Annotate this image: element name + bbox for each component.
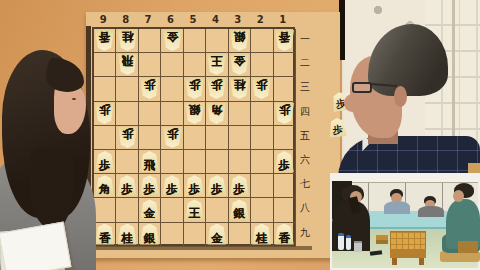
square-4九: 金 [206,223,228,247]
sente-piece-桂: 桂 [118,224,137,245]
sente-piece-歩: 歩 [140,175,159,196]
square-5七: 歩 [184,174,206,198]
square-8三 [116,77,138,101]
file-label-2: 2 [249,13,271,26]
gote-piece-銀: 銀 [185,103,204,124]
square-7三: 歩 [139,77,161,101]
square-1三 [274,77,296,101]
square-6七: 歩 [161,174,183,198]
game-board-top [390,231,426,251]
sente-piece-歩: 歩 [275,151,294,172]
file-label-1: 1 [272,13,294,26]
square-7四 [139,102,161,126]
square-7五 [139,126,161,150]
file-label-6: 6 [159,13,181,26]
observer-suit [418,206,444,217]
sente-piece-香: 香 [275,224,294,245]
gote-piece-角: 角 [207,103,226,124]
water-bottle [338,233,344,250]
rank-labels: 一二三四五六七八九 [298,27,312,245]
square-6九 [161,223,183,247]
square-7七: 歩 [139,174,161,198]
square-6六 [161,150,183,174]
square-7八: 金 [139,198,161,222]
square-3九 [229,223,251,247]
side-table [458,241,478,253]
gote-piece-歩: 歩 [185,78,204,99]
board-grid: 香桂金銀香飛王金歩歩歩桂歩歩銀角歩歩歩歩飛歩角歩歩歩歩歩歩金王銀香桂銀金桂香 [92,27,295,246]
square-2一 [251,29,273,53]
gote-piece-歩: 歩 [140,78,159,99]
square-5五 [184,126,206,150]
rank-label-8: 八 [298,196,312,220]
sente-piece-金: 金 [140,199,159,220]
square-2六 [251,150,273,174]
gote-piece-歩: 歩 [207,78,226,99]
rank-label-2: 二 [298,51,312,75]
rank-label-5: 五 [298,124,312,148]
square-3一: 銀 [229,29,251,53]
analyst-nose [344,94,358,112]
square-8五: 歩 [116,126,138,150]
sente-piece-銀: 銀 [140,224,159,245]
rank-label-9: 九 [298,221,312,245]
sente-piece-歩: 歩 [185,175,204,196]
square-3三: 桂 [229,77,251,101]
square-6三 [161,77,183,101]
square-2五 [251,126,273,150]
file-label-4: 4 [204,13,226,26]
square-3七: 歩 [229,174,251,198]
file-label-7: 7 [137,13,159,26]
gote-piece-金: 金 [230,54,249,75]
square-2九: 桂 [251,223,273,247]
presenter-bangs [46,58,84,92]
square-1七 [274,174,296,198]
gote-piece-香: 香 [275,30,294,51]
gote-piece-金: 金 [163,30,182,51]
square-2三: 歩 [251,77,273,101]
square-6四 [161,102,183,126]
square-2八 [251,198,273,222]
sente-piece-歩: 歩 [207,175,226,196]
demonstration-board: 987654321 香桂金銀香飛王金歩歩歩桂歩歩銀角歩歩歩歩飛歩角歩歩歩歩歩歩金… [86,12,340,258]
file-labels: 987654321 [92,13,294,26]
sente-piece-歩: 歩 [230,175,249,196]
square-4四: 角 [206,102,228,126]
square-8八 [116,198,138,222]
square-5九 [184,223,206,247]
square-8一: 桂 [116,29,138,53]
square-1六: 歩 [274,150,296,174]
square-8六 [116,150,138,174]
square-3八: 銀 [229,198,251,222]
square-8七: 歩 [116,174,138,198]
square-6一: 金 [161,29,183,53]
square-8九: 桂 [116,223,138,247]
square-4八 [206,198,228,222]
sente-piece-銀: 銀 [230,199,249,220]
gote-piece-歩: 歩 [275,103,294,124]
gote-piece-銀: 銀 [230,30,249,51]
analyst-ear [394,86,407,107]
square-1五 [274,126,296,150]
square-4二: 王 [206,53,228,77]
square-3二: 金 [229,53,251,77]
square-4七: 歩 [206,174,228,198]
square-5一 [184,29,206,53]
live-game-inset [330,173,480,270]
glasses-icon [352,82,372,93]
gote-piece-桂: 桂 [230,78,249,99]
square-7二 [139,53,161,77]
rank-label-4: 四 [298,100,312,124]
sente-piece-歩: 歩 [118,175,137,196]
sente-piece-金: 金 [207,224,226,245]
square-1一: 香 [274,29,296,53]
water-bottle [346,235,351,250]
recorder-kimono [384,201,410,214]
square-7六: 飛 [139,150,161,174]
tv-frame: 987654321 香桂金銀香飛王金歩歩歩桂歩歩銀角歩歩歩歩飛歩角歩歩歩歩歩歩金… [0,0,480,270]
rank-label-6: 六 [298,148,312,172]
square-7九: 銀 [139,223,161,247]
square-7一 [139,29,161,53]
square-6二 [161,53,183,77]
square-4三: 歩 [206,77,228,101]
square-1二 [274,53,296,77]
board-leg [419,258,424,265]
inset-wall [332,175,478,183]
presenter-eye [72,98,76,100]
gote-piece-桂: 桂 [118,30,137,51]
sente-piece-歩: 歩 [163,175,182,196]
square-3四 [229,102,251,126]
board-leg [392,258,397,265]
rank-label-1: 一 [298,27,312,51]
square-5六 [184,150,206,174]
square-6八 [161,198,183,222]
gote-piece-歩: 歩 [252,78,271,99]
gote-piece-歩: 歩 [163,127,182,148]
square-4一 [206,29,228,53]
sente-piece-王: 王 [185,199,204,220]
file-label-3: 3 [227,13,249,26]
square-1四: 歩 [274,102,296,126]
wood-pillar [468,163,480,173]
file-label-5: 5 [182,13,204,26]
square-5二 [184,53,206,77]
file-label-8: 8 [114,13,136,26]
gote-piece-飛: 飛 [118,54,137,75]
square-2二 [251,53,273,77]
square-3五 [229,126,251,150]
square-4五 [206,126,228,150]
square-1八 [274,198,296,222]
square-2四 [251,102,273,126]
sente-piece-飛: 飛 [140,151,159,172]
square-4六 [206,150,228,174]
gote-piece-王: 王 [207,54,226,75]
square-8四 [116,102,138,126]
square-8二: 飛 [116,53,138,77]
square-5八: 王 [184,198,206,222]
drinking-glass [354,241,362,252]
square-2七 [251,174,273,198]
square-5四: 銀 [184,102,206,126]
square-6五: 歩 [161,126,183,150]
square-3六 [229,150,251,174]
game-board-side [390,249,426,258]
rank-label-7: 七 [298,172,312,196]
player-right-face [453,190,464,202]
rank-label-3: 三 [298,75,312,99]
piece-stand [376,235,388,244]
sente-piece-桂: 桂 [252,224,271,245]
square-5三: 歩 [184,77,206,101]
square-1九: 香 [274,223,296,247]
gote-piece-歩: 歩 [118,127,137,148]
presenter-woman [0,0,110,270]
